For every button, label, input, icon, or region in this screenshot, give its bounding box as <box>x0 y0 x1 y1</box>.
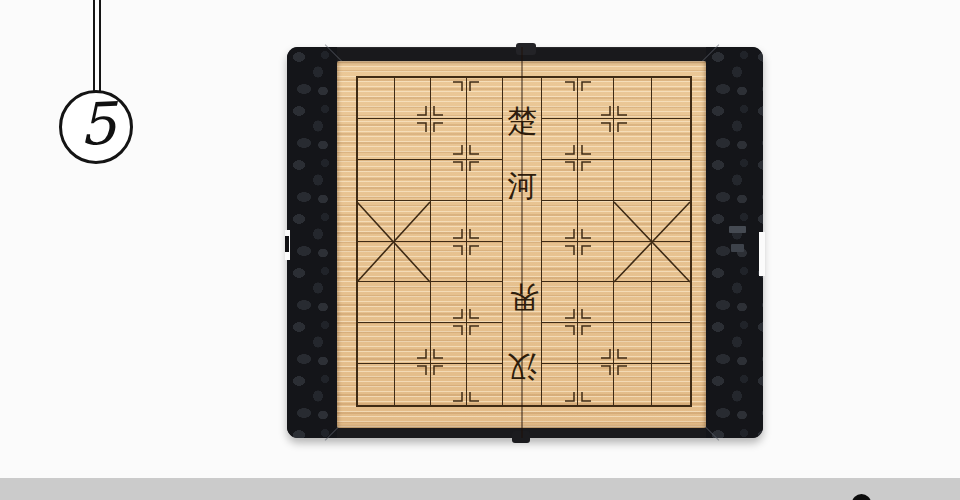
position-marker <box>601 106 627 132</box>
left-latch-tab <box>285 236 289 252</box>
right-latch-slot <box>731 244 744 252</box>
position-marker <box>453 309 479 335</box>
position-marker <box>417 349 443 375</box>
position-marker <box>453 229 479 255</box>
position-marker <box>453 145 479 171</box>
frame-left-rail <box>287 47 337 438</box>
annotation-number: 5 <box>78 94 117 153</box>
position-marker <box>601 349 627 375</box>
position-marker <box>453 392 479 401</box>
right-latch-notch <box>759 232 765 276</box>
frame-right-rail <box>706 47 763 438</box>
product-photo: 5 楚河界汉 <box>0 0 960 500</box>
position-marker <box>453 82 479 91</box>
position-marker <box>565 309 591 335</box>
position-marker <box>565 82 591 91</box>
position-marker <box>417 106 443 132</box>
right-latch-slot <box>729 226 746 233</box>
bottom-divider-bar <box>0 478 960 500</box>
position-marker <box>565 145 591 171</box>
river-character: 界 <box>509 280 539 315</box>
palace-diagonals <box>357 202 430 282</box>
position-marker <box>565 229 591 255</box>
fold-seam <box>521 47 523 438</box>
annotation-leader-line <box>93 0 101 93</box>
palace-diagonals <box>614 202 690 282</box>
annotation-circle: 5 <box>59 90 133 164</box>
xiangqi-board: 楚河界汉 <box>287 47 763 438</box>
top-hinge <box>516 43 536 55</box>
position-marker <box>565 392 591 401</box>
